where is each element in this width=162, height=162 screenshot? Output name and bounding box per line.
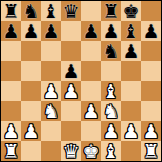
square-g7[interactable]: ♝	[121, 21, 141, 41]
chess-board: ♜♞♝♛♜♚♟♟♟♟♟♝♟♞♟♟♟♟♝♞♟♞♟♟♟♟♟♜♛♚♝♜	[0, 0, 162, 162]
white-king: ♚	[82, 141, 99, 161]
square-g4[interactable]	[121, 81, 141, 101]
square-d7[interactable]	[61, 21, 81, 41]
square-e1[interactable]: ♚	[81, 141, 101, 161]
black-king: ♚	[122, 1, 139, 21]
square-b2[interactable]: ♟	[21, 121, 41, 141]
black-knight: ♞	[102, 41, 119, 61]
square-a1[interactable]: ♜	[1, 141, 21, 161]
square-a4[interactable]	[1, 81, 21, 101]
white-pawn: ♟	[2, 121, 19, 141]
white-rook: ♜	[2, 141, 19, 161]
square-d8[interactable]: ♛	[61, 1, 81, 21]
square-d3[interactable]	[61, 101, 81, 121]
white-pawn: ♟	[122, 121, 139, 141]
square-g5[interactable]	[121, 61, 141, 81]
square-g2[interactable]: ♟	[121, 121, 141, 141]
square-c8[interactable]: ♝	[41, 1, 61, 21]
white-pawn: ♟	[42, 81, 59, 101]
black-bishop: ♝	[42, 1, 59, 21]
square-b8[interactable]: ♞	[21, 1, 41, 21]
square-f1[interactable]: ♝	[101, 141, 121, 161]
square-f4[interactable]: ♝	[101, 81, 121, 101]
white-pawn: ♟	[22, 121, 39, 141]
square-h4[interactable]	[141, 81, 161, 101]
square-c1[interactable]	[41, 141, 61, 161]
black-pawn: ♟	[82, 21, 99, 41]
black-pawn: ♟	[102, 21, 119, 41]
square-d5[interactable]: ♟	[61, 61, 81, 81]
square-c4[interactable]: ♟	[41, 81, 61, 101]
square-a5[interactable]	[1, 61, 21, 81]
square-f2[interactable]: ♟	[101, 121, 121, 141]
square-h7[interactable]: ♟	[141, 21, 161, 41]
square-a8[interactable]: ♜	[1, 1, 21, 21]
square-h6[interactable]	[141, 41, 161, 61]
square-a7[interactable]: ♟	[1, 21, 21, 41]
white-queen: ♛	[62, 141, 79, 161]
square-g1[interactable]	[121, 141, 141, 161]
square-c6[interactable]	[41, 41, 61, 61]
white-pawn: ♟	[62, 81, 79, 101]
square-h5[interactable]	[141, 61, 161, 81]
white-pawn: ♟	[102, 121, 119, 141]
square-d6[interactable]	[61, 41, 81, 61]
square-e6[interactable]	[81, 41, 101, 61]
square-h8[interactable]	[141, 1, 161, 21]
black-pawn: ♟	[142, 21, 159, 41]
square-c3[interactable]: ♞	[41, 101, 61, 121]
square-a2[interactable]: ♟	[1, 121, 21, 141]
square-e7[interactable]: ♟	[81, 21, 101, 41]
square-c2[interactable]	[41, 121, 61, 141]
square-e2[interactable]	[81, 121, 101, 141]
white-knight: ♞	[102, 101, 119, 121]
white-pawn: ♟	[82, 101, 99, 121]
square-g6[interactable]: ♟	[121, 41, 141, 61]
square-d1[interactable]: ♛	[61, 141, 81, 161]
square-e4[interactable]	[81, 81, 101, 101]
square-e5[interactable]	[81, 61, 101, 81]
black-rook: ♜	[102, 1, 119, 21]
black-pawn: ♟	[22, 21, 39, 41]
square-a6[interactable]	[1, 41, 21, 61]
square-a3[interactable]	[1, 101, 21, 121]
white-pawn: ♟	[142, 121, 159, 141]
square-f8[interactable]: ♜	[101, 1, 121, 21]
square-f5[interactable]	[101, 61, 121, 81]
white-knight: ♞	[42, 101, 59, 121]
square-b3[interactable]	[21, 101, 41, 121]
square-e3[interactable]: ♟	[81, 101, 101, 121]
white-bishop: ♝	[102, 141, 119, 161]
black-pawn: ♟	[2, 21, 19, 41]
square-b5[interactable]	[21, 61, 41, 81]
black-rook: ♜	[2, 1, 19, 21]
white-rook: ♜	[142, 141, 159, 161]
black-pawn: ♟	[62, 61, 79, 81]
square-g8[interactable]: ♚	[121, 1, 141, 21]
square-f7[interactable]: ♟	[101, 21, 121, 41]
square-b4[interactable]	[21, 81, 41, 101]
black-bishop: ♝	[122, 21, 139, 41]
square-b7[interactable]: ♟	[21, 21, 41, 41]
square-f6[interactable]: ♞	[101, 41, 121, 61]
white-bishop: ♝	[102, 81, 119, 101]
square-e8[interactable]	[81, 1, 101, 21]
square-c7[interactable]: ♟	[41, 21, 61, 41]
square-b1[interactable]	[21, 141, 41, 161]
square-g3[interactable]	[121, 101, 141, 121]
black-pawn: ♟	[122, 41, 139, 61]
black-queen: ♛	[62, 1, 79, 21]
black-pawn: ♟	[42, 21, 59, 41]
square-h3[interactable]	[141, 101, 161, 121]
square-d2[interactable]	[61, 121, 81, 141]
square-d4[interactable]: ♟	[61, 81, 81, 101]
square-b6[interactable]	[21, 41, 41, 61]
square-c5[interactable]	[41, 61, 61, 81]
square-h2[interactable]: ♟	[141, 121, 161, 141]
square-f3[interactable]: ♞	[101, 101, 121, 121]
black-knight: ♞	[22, 1, 39, 21]
square-h1[interactable]: ♜	[141, 141, 161, 161]
